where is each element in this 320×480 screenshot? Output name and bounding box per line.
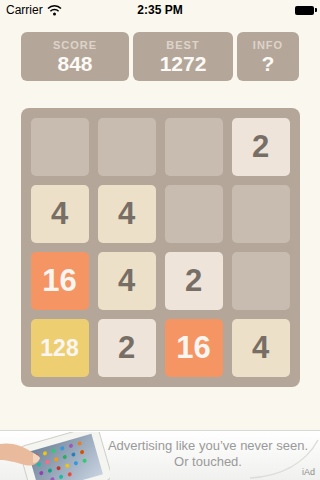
board-cell: 4: [98, 252, 156, 310]
info-question-mark: ?: [237, 53, 299, 74]
ad-banner[interactable]: Advertising like you’ve never seen. Or t…: [0, 430, 320, 480]
board-cell: 2: [232, 118, 290, 176]
score-box: SCORE 848: [21, 32, 129, 81]
board-cell: 2: [98, 319, 156, 377]
battery-icon: [295, 6, 314, 15]
board-cell: 4: [98, 185, 156, 243]
best-box: BEST 1272: [133, 32, 233, 81]
board-cell: 128: [31, 319, 89, 377]
best-label: BEST: [133, 39, 233, 51]
iad-brand-label: iAd: [302, 467, 315, 477]
board-cell: [98, 118, 156, 176]
board-cell: 4: [232, 319, 290, 377]
board-cell: 2: [165, 252, 223, 310]
best-value: 1272: [133, 53, 233, 74]
board-cell: [165, 118, 223, 176]
board-cell: [165, 185, 223, 243]
info-button[interactable]: INFO ?: [237, 32, 299, 81]
game-board[interactable]: 2 4 4 16 4 2 128 2 16 4: [21, 108, 300, 387]
ipad-image: [0, 432, 110, 480]
clock-label: 2:35 PM: [0, 3, 320, 17]
board-cell: [31, 118, 89, 176]
board-cell: [232, 185, 290, 243]
status-bar: 2:35 PM Carrier: [0, 0, 320, 20]
score-value: 848: [21, 53, 129, 74]
board-cell: [232, 252, 290, 310]
board-cell: 16: [31, 252, 89, 310]
board-cell: 16: [165, 319, 223, 377]
board-cell: 4: [31, 185, 89, 243]
score-label: SCORE: [21, 39, 129, 51]
info-label: INFO: [237, 39, 299, 51]
header: SCORE 848 BEST 1272 INFO ?: [21, 32, 299, 81]
